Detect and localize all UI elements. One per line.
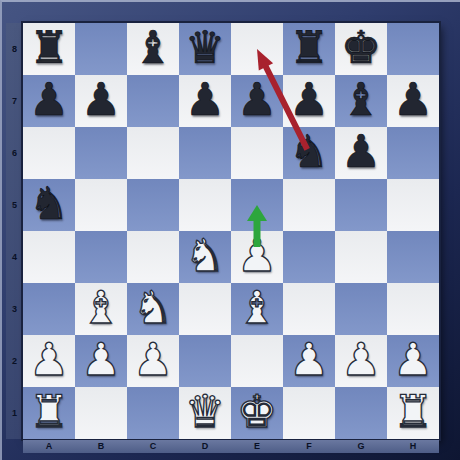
black-pawn[interactable]: ♟ [237,77,277,122]
square-f3[interactable] [283,283,335,335]
square-g7[interactable]: ♝ [335,75,387,127]
black-pawn[interactable]: ♟ [185,77,225,122]
square-f6[interactable]: ♞ [283,127,335,179]
white-rook[interactable]: ♜ [393,389,433,434]
black-bishop[interactable]: ♝ [341,77,381,122]
square-d1[interactable]: ♛ [179,387,231,439]
rank-label-7: 7 [6,75,23,127]
white-pawn[interactable]: ♟ [341,337,381,382]
square-a4[interactable] [23,231,75,283]
square-h7[interactable]: ♟ [387,75,439,127]
square-g4[interactable] [335,231,387,283]
black-pawn[interactable]: ♟ [289,77,329,122]
square-g2[interactable]: ♟ [335,335,387,387]
square-d7[interactable]: ♟ [179,75,231,127]
rank-labels: 87654321 [6,23,23,439]
square-h5[interactable] [387,179,439,231]
white-knight[interactable]: ♞ [133,285,173,330]
rank-label-2: 2 [6,335,23,387]
chessboard-window: 87654321 ♜♝♛♜♚♟♟♟♟♟♝♟♞♟♞♞♟♝♞♝♟♟♟♟♟♟♜♛♚♜ … [0,0,460,460]
square-h8[interactable] [387,23,439,75]
square-d3[interactable] [179,283,231,335]
square-b6[interactable] [75,127,127,179]
square-d8[interactable]: ♛ [179,23,231,75]
rank-label-4: 4 [6,231,23,283]
square-f8[interactable]: ♜ [283,23,335,75]
square-a6[interactable] [23,127,75,179]
black-king[interactable]: ♚ [341,25,381,70]
square-d2[interactable] [179,335,231,387]
square-a8[interactable]: ♜ [23,23,75,75]
square-b8[interactable] [75,23,127,75]
square-c1[interactable] [127,387,179,439]
square-f4[interactable] [283,231,335,283]
square-d6[interactable] [179,127,231,179]
square-g1[interactable] [335,387,387,439]
square-e7[interactable]: ♟ [231,75,283,127]
white-knight[interactable]: ♞ [185,233,225,278]
square-b2[interactable]: ♟ [75,335,127,387]
file-label-b: B [75,440,127,453]
white-pawn[interactable]: ♟ [81,337,121,382]
square-e6[interactable] [231,127,283,179]
file-label-d: D [179,440,231,453]
square-c8[interactable]: ♝ [127,23,179,75]
square-f1[interactable] [283,387,335,439]
square-f5[interactable] [283,179,335,231]
square-a7[interactable]: ♟ [23,75,75,127]
square-h4[interactable] [387,231,439,283]
square-c2[interactable]: ♟ [127,335,179,387]
square-f7[interactable]: ♟ [283,75,335,127]
square-e3[interactable]: ♝ [231,283,283,335]
file-label-a: A [23,440,75,453]
square-b7[interactable]: ♟ [75,75,127,127]
square-g6[interactable]: ♟ [335,127,387,179]
black-queen[interactable]: ♛ [185,25,225,70]
black-bishop[interactable]: ♝ [133,25,173,70]
square-e4[interactable]: ♟ [231,231,283,283]
square-d4[interactable]: ♞ [179,231,231,283]
white-pawn[interactable]: ♟ [237,233,277,278]
square-b5[interactable] [75,179,127,231]
square-c7[interactable] [127,75,179,127]
white-queen[interactable]: ♛ [185,389,225,434]
square-g8[interactable]: ♚ [335,23,387,75]
file-label-h: H [387,440,439,453]
square-e8[interactable] [231,23,283,75]
rank-label-8: 8 [6,23,23,75]
square-a2[interactable]: ♟ [23,335,75,387]
rank-label-6: 6 [6,127,23,179]
file-label-g: G [335,440,387,453]
square-h1[interactable]: ♜ [387,387,439,439]
rank-label-1: 1 [6,387,23,439]
rank-label-5: 5 [6,179,23,231]
black-pawn[interactable]: ♟ [341,129,381,174]
square-c5[interactable] [127,179,179,231]
rank-label-3: 3 [6,283,23,335]
white-bishop[interactable]: ♝ [81,285,121,330]
white-pawn[interactable]: ♟ [289,337,329,382]
white-bishop[interactable]: ♝ [237,285,277,330]
square-a1[interactable]: ♜ [23,387,75,439]
white-pawn[interactable]: ♟ [133,337,173,382]
square-h6[interactable] [387,127,439,179]
square-e2[interactable] [231,335,283,387]
square-e1[interactable]: ♚ [231,387,283,439]
file-label-c: C [127,440,179,453]
square-b1[interactable] [75,387,127,439]
black-pawn[interactable]: ♟ [393,77,433,122]
square-c4[interactable] [127,231,179,283]
square-c6[interactable] [127,127,179,179]
black-rook[interactable]: ♜ [289,25,329,70]
file-labels: ABCDEFGH [23,440,439,453]
square-g5[interactable] [335,179,387,231]
black-knight[interactable]: ♞ [289,129,329,174]
square-a5[interactable]: ♞ [23,179,75,231]
square-b4[interactable] [75,231,127,283]
black-pawn[interactable]: ♟ [81,77,121,122]
white-rook[interactable]: ♜ [29,389,69,434]
black-knight[interactable]: ♞ [29,181,69,226]
file-label-f: F [283,440,335,453]
white-pawn[interactable]: ♟ [29,337,69,382]
white-pawn[interactable]: ♟ [393,337,433,382]
square-h3[interactable] [387,283,439,335]
file-label-e: E [231,440,283,453]
square-f2[interactable]: ♟ [283,335,335,387]
square-e5[interactable] [231,179,283,231]
black-rook[interactable]: ♜ [29,25,69,70]
square-b3[interactable]: ♝ [75,283,127,335]
board[interactable]: ♜♝♛♜♚♟♟♟♟♟♝♟♞♟♞♞♟♝♞♝♟♟♟♟♟♟♜♛♚♜ [23,23,439,439]
white-king[interactable]: ♚ [237,389,277,434]
square-c3[interactable]: ♞ [127,283,179,335]
square-g3[interactable] [335,283,387,335]
black-pawn[interactable]: ♟ [29,77,69,122]
square-a3[interactable] [23,283,75,335]
square-d5[interactable] [179,179,231,231]
square-h2[interactable]: ♟ [387,335,439,387]
